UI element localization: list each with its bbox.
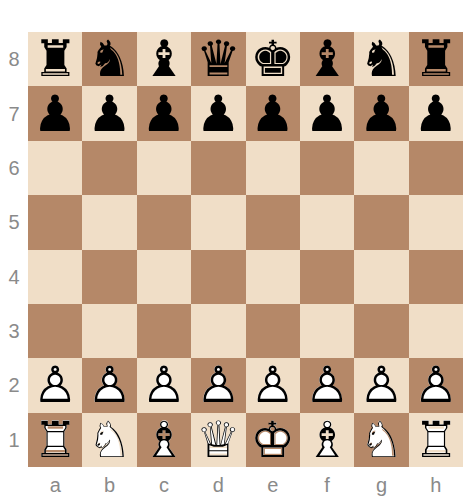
square-f4[interactable] [300,250,354,304]
square-h7[interactable]: ♟ [409,86,463,140]
black-king-glyph: ♚ [248,34,298,84]
square-d6[interactable] [191,141,245,195]
black-pawn-glyph: ♟ [193,89,243,139]
file-label-a: a [28,467,82,502]
rank-label-8: 8 [0,32,28,86]
white-pawn-outline: ♙ [356,360,406,410]
square-b7[interactable]: ♟ [82,86,136,140]
square-a2[interactable]: ♟♙ [28,358,82,412]
square-d4[interactable] [191,250,245,304]
piece-black-knight-g8[interactable]: ♞ [356,34,406,84]
white-pawn-outline: ♙ [302,360,352,410]
square-g6[interactable] [354,141,408,195]
piece-black-bishop-c8[interactable]: ♝ [139,34,189,84]
white-pawn-outline: ♙ [139,360,189,410]
piece-black-bishop-f8[interactable]: ♝ [302,34,352,84]
square-h8[interactable]: ♜ [409,32,463,86]
square-c2[interactable]: ♟♙ [137,358,191,412]
piece-black-rook-h8[interactable]: ♜ [411,34,461,84]
square-d3[interactable] [191,304,245,358]
square-a3[interactable] [28,304,82,358]
piece-black-pawn-e7[interactable]: ♟ [248,89,298,139]
black-pawn-glyph: ♟ [85,89,135,139]
square-e5[interactable] [246,195,300,249]
square-b3[interactable] [82,304,136,358]
square-g2[interactable]: ♟♙ [354,358,408,412]
piece-white-queen-d1[interactable]: ♛♕ [193,415,243,465]
square-e6[interactable] [246,141,300,195]
rank-label-5: 5 [0,195,28,249]
square-e8[interactable]: ♚ [246,32,300,86]
black-knight-glyph: ♞ [356,34,406,84]
square-b2[interactable]: ♟♙ [82,358,136,412]
square-a4[interactable] [28,250,82,304]
white-king-outline: ♔ [248,415,298,465]
piece-white-bishop-f1[interactable]: ♝♗ [302,415,352,465]
file-label-g: g [354,467,408,502]
square-g4[interactable] [354,250,408,304]
square-a5[interactable] [28,195,82,249]
black-pawn-glyph: ♟ [139,89,189,139]
white-pawn-outline: ♙ [85,360,135,410]
square-h3[interactable] [409,304,463,358]
square-f7[interactable]: ♟ [300,86,354,140]
square-c6[interactable] [137,141,191,195]
piece-black-knight-b8[interactable]: ♞ [85,34,135,84]
square-g5[interactable] [354,195,408,249]
file-label-f: f [300,467,354,502]
rank-label-1: 1 [0,413,28,467]
square-b8[interactable]: ♞ [82,32,136,86]
black-pawn-glyph: ♟ [302,89,352,139]
square-b4[interactable] [82,250,136,304]
square-a1[interactable]: ♜♖ [28,413,82,467]
rank-label-3: 3 [0,304,28,358]
square-b1[interactable]: ♞♘ [82,413,136,467]
piece-white-knight-g1[interactable]: ♞♘ [356,415,406,465]
white-pawn-outline: ♙ [411,360,461,410]
file-label-b: b [82,467,136,502]
square-f6[interactable] [300,141,354,195]
piece-white-rook-h1[interactable]: ♜♖ [411,415,461,465]
white-knight-outline: ♘ [85,415,135,465]
white-knight-outline: ♘ [356,415,406,465]
piece-black-pawn-d7[interactable]: ♟ [193,89,243,139]
black-queen-glyph: ♛ [193,34,243,84]
square-h6[interactable] [409,141,463,195]
square-h5[interactable] [409,195,463,249]
square-c1[interactable]: ♝♗ [137,413,191,467]
white-bishop-outline: ♗ [139,415,189,465]
square-d7[interactable]: ♟ [191,86,245,140]
file-label-e: e [246,467,300,502]
black-bishop-glyph: ♝ [139,34,189,84]
square-e7[interactable]: ♟ [246,86,300,140]
square-d8[interactable]: ♛ [191,32,245,86]
file-labels: abcdefgh [28,467,463,502]
white-pawn-outline: ♙ [30,360,80,410]
white-bishop-outline: ♗ [302,415,352,465]
square-a6[interactable] [28,141,82,195]
black-bishop-glyph: ♝ [302,34,352,84]
rank-labels: 87654321 [0,32,28,467]
square-f1[interactable]: ♝♗ [300,413,354,467]
square-h1[interactable]: ♜♖ [409,413,463,467]
square-a8[interactable]: ♜ [28,32,82,86]
square-b6[interactable] [82,141,136,195]
piece-black-pawn-f7[interactable]: ♟ [302,89,352,139]
white-queen-outline: ♕ [193,415,243,465]
square-f5[interactable] [300,195,354,249]
white-pawn-outline: ♙ [248,360,298,410]
square-g3[interactable] [354,304,408,358]
square-g7[interactable]: ♟ [354,86,408,140]
piece-white-pawn-f2[interactable]: ♟♙ [302,360,352,410]
rank-label-4: 4 [0,250,28,304]
square-f2[interactable]: ♟♙ [300,358,354,412]
square-d2[interactable]: ♟♙ [191,358,245,412]
piece-white-pawn-g2[interactable]: ♟♙ [356,360,406,410]
file-label-d: d [191,467,245,502]
square-f3[interactable] [300,304,354,358]
file-label-h: h [409,467,463,502]
piece-white-rook-a1[interactable]: ♜♖ [30,415,80,465]
chess-board[interactable]: ♜♞♝♛♚♝♞♜♟♟♟♟♟♟♟♟♟♙♟♙♟♙♟♙♟♙♟♙♟♙♟♙♜♖♞♘♝♗♛♕… [28,32,463,467]
square-c4[interactable] [137,250,191,304]
piece-white-bishop-c1[interactable]: ♝♗ [139,415,189,465]
square-e4[interactable] [246,250,300,304]
square-g8[interactable]: ♞ [354,32,408,86]
square-h4[interactable] [409,250,463,304]
piece-white-knight-b1[interactable]: ♞♘ [85,415,135,465]
chess-diagram: 87654321 ♜♞♝♛♚♝♞♜♟♟♟♟♟♟♟♟♟♙♟♙♟♙♟♙♟♙♟♙♟♙♟… [0,0,474,502]
piece-white-pawn-e2[interactable]: ♟♙ [248,360,298,410]
piece-white-pawn-a2[interactable]: ♟♙ [30,360,80,410]
black-pawn-glyph: ♟ [248,89,298,139]
piece-white-pawn-b2[interactable]: ♟♙ [85,360,135,410]
piece-white-pawn-c2[interactable]: ♟♙ [139,360,189,410]
piece-black-pawn-b7[interactable]: ♟ [85,89,135,139]
rank-label-2: 2 [0,358,28,412]
piece-black-pawn-c7[interactable]: ♟ [139,89,189,139]
piece-black-pawn-g7[interactable]: ♟ [356,89,406,139]
square-d5[interactable] [191,195,245,249]
square-c5[interactable] [137,195,191,249]
file-label-c: c [137,467,191,502]
square-c8[interactable]: ♝ [137,32,191,86]
black-rook-glyph: ♜ [30,34,80,84]
square-e2[interactable]: ♟♙ [246,358,300,412]
piece-black-pawn-a7[interactable]: ♟ [30,89,80,139]
piece-black-rook-a8[interactable]: ♜ [30,34,80,84]
square-h2[interactable]: ♟♙ [409,358,463,412]
piece-black-queen-d8[interactable]: ♛ [193,34,243,84]
piece-white-king-e1[interactable]: ♚♔ [248,415,298,465]
square-e1[interactable]: ♚♔ [246,413,300,467]
square-f8[interactable]: ♝ [300,32,354,86]
rank-label-7: 7 [0,86,28,140]
rank-label-6: 6 [0,141,28,195]
white-rook-outline: ♖ [411,415,461,465]
square-e3[interactable] [246,304,300,358]
square-b5[interactable] [82,195,136,249]
black-pawn-glyph: ♟ [411,89,461,139]
square-d1[interactable]: ♛♕ [191,413,245,467]
piece-white-pawn-d2[interactable]: ♟♙ [193,360,243,410]
square-c7[interactable]: ♟ [137,86,191,140]
square-g1[interactable]: ♞♘ [354,413,408,467]
black-pawn-glyph: ♟ [356,89,406,139]
piece-black-pawn-h7[interactable]: ♟ [411,89,461,139]
black-rook-glyph: ♜ [411,34,461,84]
piece-white-pawn-h2[interactable]: ♟♙ [411,360,461,410]
black-knight-glyph: ♞ [85,34,135,84]
white-rook-outline: ♖ [30,415,80,465]
square-c3[interactable] [137,304,191,358]
black-pawn-glyph: ♟ [30,89,80,139]
piece-black-king-e8[interactable]: ♚ [248,34,298,84]
white-pawn-outline: ♙ [193,360,243,410]
square-a7[interactable]: ♟ [28,86,82,140]
